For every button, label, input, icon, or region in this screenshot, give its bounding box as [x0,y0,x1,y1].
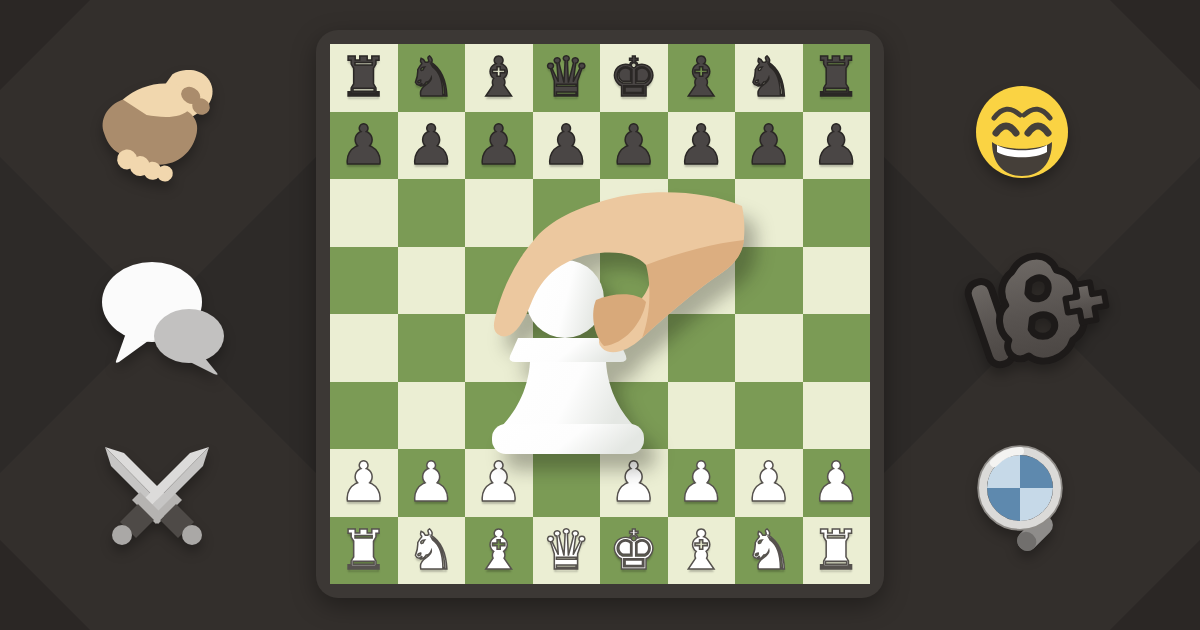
square-g6[interactable] [735,179,803,247]
square-a7[interactable]: ♟ [330,112,398,180]
share-image-canvas: ♜♞♝♛♚♝♞♜♟♟♟♟♟♟♟♟♟♟♟♟♟♟♟♜♞♝♛♚♝♞♜ [0,0,1200,630]
square-b7[interactable]: ♟ [398,112,466,180]
square-d8[interactable]: ♛ [533,44,601,112]
corner-shadow [0,540,90,630]
square-c4[interactable] [465,314,533,382]
square-b1[interactable]: ♞ [398,517,466,585]
square-g7[interactable]: ♟ [735,112,803,180]
square-d3[interactable] [533,382,601,450]
square-c6[interactable] [465,179,533,247]
square-h5[interactable] [803,247,871,315]
black-queen[interactable]: ♛ [542,50,591,105]
square-c7[interactable]: ♟ [465,112,533,180]
square-f4[interactable] [668,314,736,382]
square-e3[interactable] [600,382,668,450]
square-g1[interactable]: ♞ [735,517,803,585]
square-c1[interactable]: ♝ [465,517,533,585]
square-b5[interactable] [398,247,466,315]
square-g4[interactable] [735,314,803,382]
black-pawn[interactable]: ♟ [407,118,456,173]
black-knight[interactable]: ♞ [744,50,793,105]
square-e2[interactable]: ♟ [600,449,668,517]
square-e1[interactable]: ♚ [600,517,668,585]
black-pawn[interactable]: ♟ [677,118,726,173]
white-pawn[interactable]: ♟ [407,455,456,510]
white-rook[interactable]: ♜ [339,523,388,578]
white-pawn[interactable]: ♟ [744,455,793,510]
corner-shadow [1110,540,1200,630]
black-pawn[interactable]: ♟ [609,118,658,173]
square-h3[interactable] [803,382,871,450]
crossed-swords-icon [98,440,216,552]
square-b4[interactable] [398,314,466,382]
black-pawn[interactable]: ♟ [744,118,793,173]
square-b6[interactable] [398,179,466,247]
white-pawn[interactable]: ♟ [812,455,861,510]
square-d1[interactable]: ♛ [533,517,601,585]
square-d4[interactable] [533,314,601,382]
white-pawn[interactable]: ♟ [339,455,388,510]
square-a6[interactable] [330,179,398,247]
white-king[interactable]: ♚ [609,523,658,578]
square-a4[interactable] [330,314,398,382]
black-king[interactable]: ♚ [609,50,658,105]
black-pawn[interactable]: ♟ [339,118,388,173]
square-d7[interactable]: ♟ [533,112,601,180]
square-e6[interactable] [600,179,668,247]
square-d5[interactable] [533,247,601,315]
square-f6[interactable] [668,179,736,247]
square-e7[interactable]: ♟ [600,112,668,180]
black-bishop[interactable]: ♝ [677,50,726,105]
black-bishop[interactable]: ♝ [474,50,523,105]
black-pawn[interactable]: ♟ [542,118,591,173]
speech-bubbles-icon [96,257,228,377]
square-b3[interactable] [398,382,466,450]
magnifying-glass-icon [974,440,1086,558]
square-c2[interactable]: ♟ [465,449,533,517]
corner-shadow [0,0,90,90]
square-f1[interactable]: ♝ [668,517,736,585]
square-e4[interactable] [600,314,668,382]
black-knight[interactable]: ♞ [407,50,456,105]
square-c8[interactable]: ♝ [465,44,533,112]
square-b2[interactable]: ♟ [398,449,466,517]
grinning-face-icon [970,80,1074,184]
square-b8[interactable]: ♞ [398,44,466,112]
square-g3[interactable] [735,382,803,450]
square-g2[interactable]: ♟ [735,449,803,517]
black-rook[interactable]: ♜ [812,50,861,105]
square-h7[interactable]: ♟ [803,112,871,180]
white-pawn[interactable]: ♟ [474,455,523,510]
square-d6[interactable] [533,179,601,247]
square-a8[interactable]: ♜ [330,44,398,112]
chess-board-squares: ♜♞♝♛♚♝♞♜♟♟♟♟♟♟♟♟♟♟♟♟♟♟♟♜♞♝♛♚♝♞♜ [330,44,870,584]
square-h8[interactable]: ♜ [803,44,871,112]
black-pawn[interactable]: ♟ [812,118,861,173]
white-bishop[interactable]: ♝ [474,523,523,578]
square-f5[interactable] [668,247,736,315]
square-c3[interactable] [465,382,533,450]
square-a2[interactable]: ♟ [330,449,398,517]
white-knight[interactable]: ♞ [407,523,456,578]
square-e8[interactable]: ♚ [600,44,668,112]
square-g5[interactable] [735,247,803,315]
square-f7[interactable]: ♟ [668,112,736,180]
square-g8[interactable]: ♞ [735,44,803,112]
square-h6[interactable] [803,179,871,247]
white-knight[interactable]: ♞ [744,523,793,578]
square-h1[interactable]: ♜ [803,517,871,585]
square-a1[interactable]: ♜ [330,517,398,585]
square-f3[interactable] [668,382,736,450]
square-d2[interactable] [533,449,601,517]
square-h4[interactable] [803,314,871,382]
square-h2[interactable]: ♟ [803,449,871,517]
square-f8[interactable]: ♝ [668,44,736,112]
square-a5[interactable] [330,247,398,315]
white-queen[interactable]: ♛ [542,523,591,578]
black-rook[interactable]: ♜ [339,50,388,105]
square-e5[interactable] [600,247,668,315]
knight-plus-icon [962,246,1112,386]
black-pawn[interactable]: ♟ [474,118,523,173]
handshake-icon [90,70,226,186]
white-bishop[interactable]: ♝ [677,523,726,578]
corner-shadow [1110,0,1200,90]
chess-board: ♜♞♝♛♚♝♞♜♟♟♟♟♟♟♟♟♟♟♟♟♟♟♟♜♞♝♛♚♝♞♜ [316,30,884,598]
square-f2[interactable]: ♟ [668,449,736,517]
square-c5[interactable] [465,247,533,315]
white-rook[interactable]: ♜ [812,523,861,578]
square-a3[interactable] [330,382,398,450]
white-pawn[interactable]: ♟ [677,455,726,510]
white-pawn[interactable]: ♟ [609,455,658,510]
